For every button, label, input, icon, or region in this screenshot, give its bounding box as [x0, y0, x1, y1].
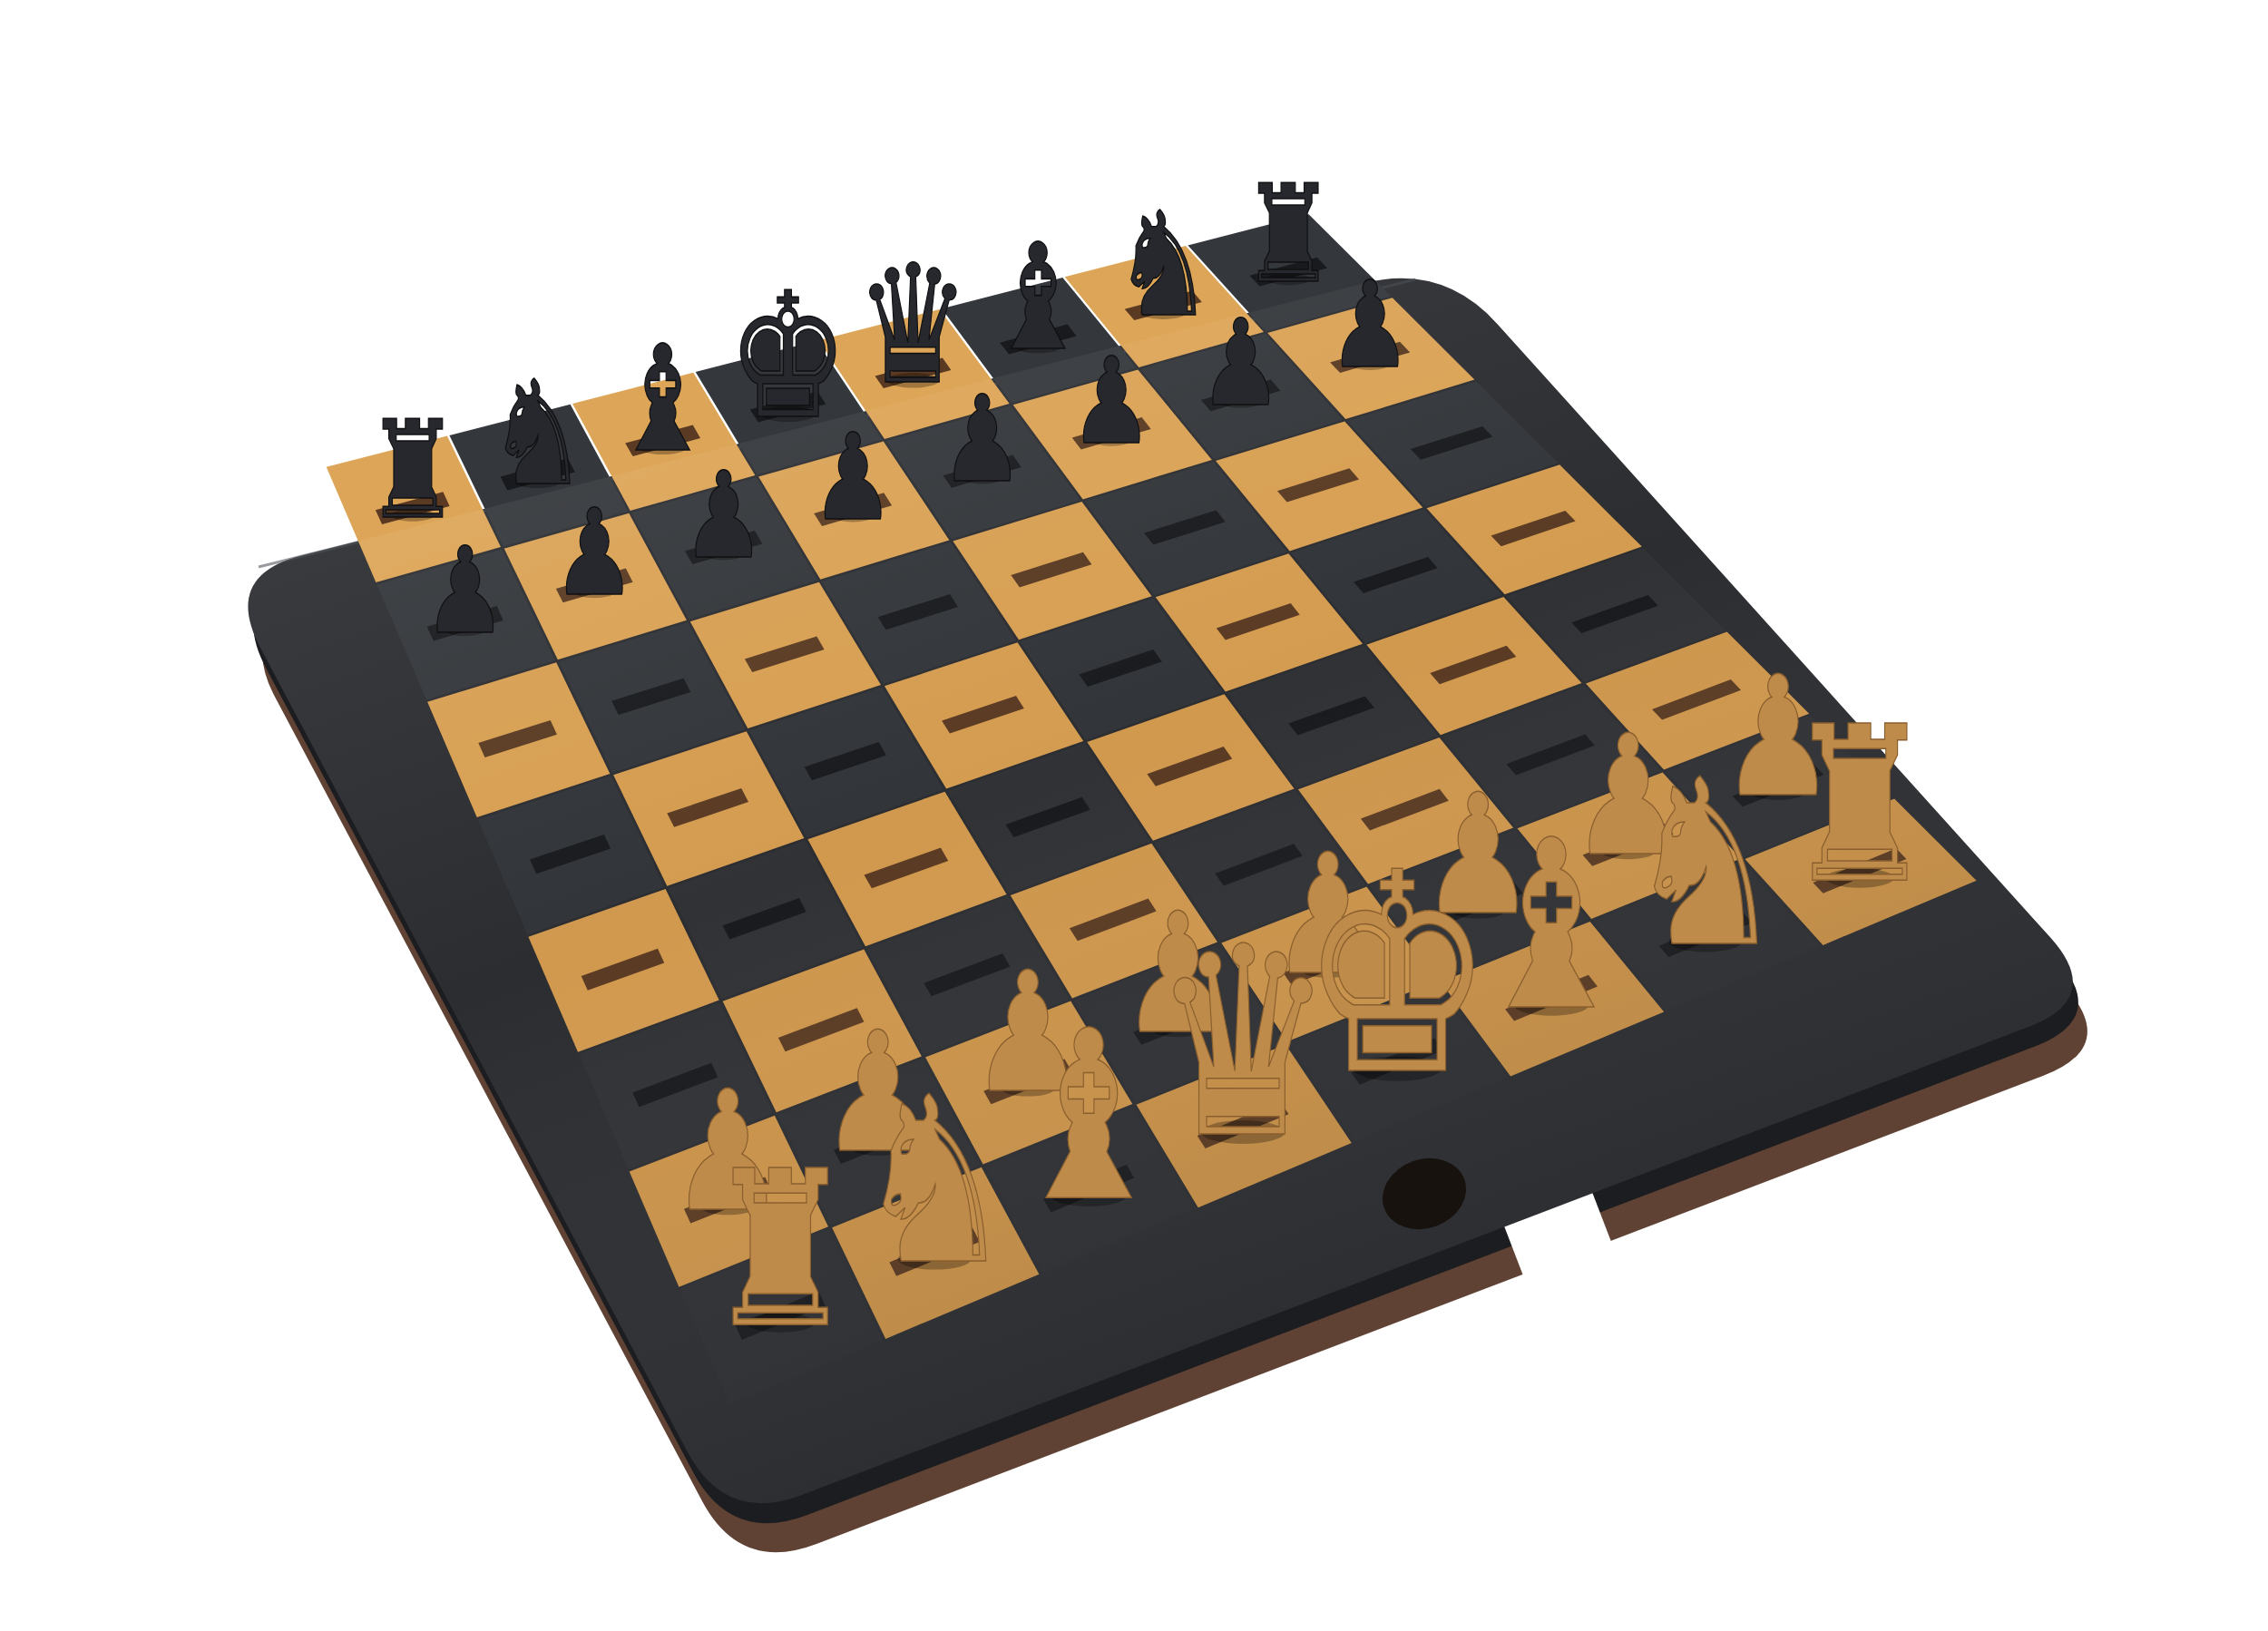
- piece-black-pawn-e7[interactable]: ♟: [941, 369, 1024, 509]
- piece-black-pawn-h7[interactable]: ♟: [1328, 255, 1412, 395]
- photo-canvas: ♜♞♝♟♛♟♚♟♝♟♞♜♟♟♟♟♟♟♜♟♞♟♝♟♚♟♛♟♝♟♞♜: [0, 0, 2268, 1631]
- piece-white-knight-b1[interactable]: ♞: [855, 1048, 1015, 1316]
- piece-black-pawn-c7[interactable]: ♟: [682, 445, 766, 585]
- piece-black-pawn-f7[interactable]: ♟: [1070, 331, 1153, 471]
- piece-white-rook-h1[interactable]: ♜: [1784, 680, 1935, 930]
- chessboard: ♜♞♝♟♛♟♚♟♝♟♞♜♟♟♟♟♟♟♜♟♞♟♝♟♚♟♛♟♝♟♞♜: [0, 0, 2268, 1631]
- piece-white-knight-g1[interactable]: ♞: [1625, 730, 1785, 999]
- piece-white-bishop-c1[interactable]: ♝: [1007, 980, 1170, 1253]
- piece-black-pawn-a7[interactable]: ♟: [424, 522, 507, 661]
- piece-black-pawn-d7[interactable]: ♟: [811, 407, 894, 547]
- piece-black-pawn-b7[interactable]: ♟: [552, 483, 636, 623]
- piece-white-bishop-f1[interactable]: ♝: [1470, 789, 1633, 1062]
- piece-white-queen-d1[interactable]: ♛: [1151, 890, 1334, 1196]
- piece-white-rook-a1[interactable]: ♜: [705, 1126, 855, 1375]
- piece-black-pawn-g7[interactable]: ♟: [1198, 293, 1282, 433]
- piece-black-rook-h8[interactable]: ♜: [1241, 155, 1335, 313]
